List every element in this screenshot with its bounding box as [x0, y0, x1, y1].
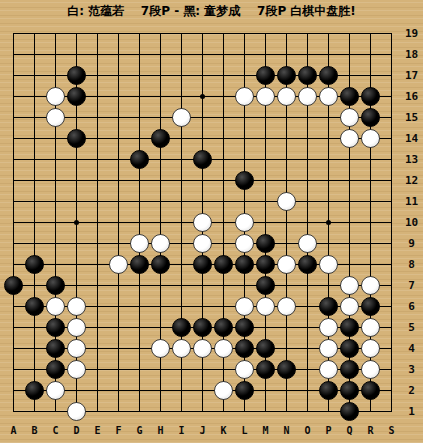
intersection-C14[interactable]: [45, 128, 66, 149]
intersection-C16[interactable]: [45, 86, 66, 107]
intersection-K19[interactable]: [213, 23, 234, 44]
intersection-S11[interactable]: [381, 191, 402, 212]
intersection-I15[interactable]: [171, 107, 192, 128]
intersection-J3[interactable]: [192, 359, 213, 380]
intersection-C5[interactable]: [45, 317, 66, 338]
intersection-D8[interactable]: [66, 254, 87, 275]
intersection-O10[interactable]: [297, 212, 318, 233]
intersection-G2[interactable]: [129, 380, 150, 401]
intersection-G3[interactable]: [129, 359, 150, 380]
intersection-E14[interactable]: [87, 128, 108, 149]
intersection-G8[interactable]: [129, 254, 150, 275]
intersection-N9[interactable]: [276, 233, 297, 254]
intersection-D3[interactable]: [66, 359, 87, 380]
intersection-E10[interactable]: [87, 212, 108, 233]
intersection-L9[interactable]: [234, 233, 255, 254]
intersection-K7[interactable]: [213, 275, 234, 296]
intersection-G6[interactable]: [129, 296, 150, 317]
intersection-Q2[interactable]: [339, 380, 360, 401]
intersection-I4[interactable]: [171, 338, 192, 359]
intersection-J5[interactable]: [192, 317, 213, 338]
intersection-O3[interactable]: [297, 359, 318, 380]
intersection-J19[interactable]: [192, 23, 213, 44]
intersection-B14[interactable]: [24, 128, 45, 149]
intersection-K1[interactable]: [213, 401, 234, 422]
intersection-F4[interactable]: [108, 338, 129, 359]
intersection-H14[interactable]: [150, 128, 171, 149]
intersection-L10[interactable]: [234, 212, 255, 233]
intersection-A13[interactable]: [3, 149, 24, 170]
intersection-Q9[interactable]: [339, 233, 360, 254]
intersection-N13[interactable]: [276, 149, 297, 170]
intersection-M6[interactable]: [255, 296, 276, 317]
intersection-O19[interactable]: [297, 23, 318, 44]
intersection-D2[interactable]: [66, 380, 87, 401]
intersection-A7[interactable]: [3, 275, 24, 296]
intersection-G13[interactable]: [129, 149, 150, 170]
intersection-I5[interactable]: [171, 317, 192, 338]
intersection-G7[interactable]: [129, 275, 150, 296]
intersection-L3[interactable]: [234, 359, 255, 380]
intersection-E17[interactable]: [87, 65, 108, 86]
intersection-L4[interactable]: [234, 338, 255, 359]
intersection-R5[interactable]: [360, 317, 381, 338]
intersection-M2[interactable]: [255, 380, 276, 401]
intersection-N17[interactable]: [276, 65, 297, 86]
intersection-C8[interactable]: [45, 254, 66, 275]
intersection-M18[interactable]: [255, 44, 276, 65]
intersection-J13[interactable]: [192, 149, 213, 170]
intersection-R12[interactable]: [360, 170, 381, 191]
intersection-N4[interactable]: [276, 338, 297, 359]
intersection-L2[interactable]: [234, 380, 255, 401]
intersection-I10[interactable]: [171, 212, 192, 233]
intersection-E4[interactable]: [87, 338, 108, 359]
intersection-R8[interactable]: [360, 254, 381, 275]
intersection-F17[interactable]: [108, 65, 129, 86]
intersection-B5[interactable]: [24, 317, 45, 338]
intersection-D19[interactable]: [66, 23, 87, 44]
intersection-Q11[interactable]: [339, 191, 360, 212]
intersection-K2[interactable]: [213, 380, 234, 401]
intersection-N2[interactable]: [276, 380, 297, 401]
intersection-A12[interactable]: [3, 170, 24, 191]
intersection-F7[interactable]: [108, 275, 129, 296]
intersection-K6[interactable]: [213, 296, 234, 317]
intersection-D1[interactable]: [66, 401, 87, 422]
intersection-J6[interactable]: [192, 296, 213, 317]
intersection-K4[interactable]: [213, 338, 234, 359]
intersection-B17[interactable]: [24, 65, 45, 86]
intersection-P13[interactable]: [318, 149, 339, 170]
intersection-C15[interactable]: [45, 107, 66, 128]
intersection-M14[interactable]: [255, 128, 276, 149]
intersection-P17[interactable]: [318, 65, 339, 86]
intersection-O4[interactable]: [297, 338, 318, 359]
intersection-F19[interactable]: [108, 23, 129, 44]
intersection-D9[interactable]: [66, 233, 87, 254]
intersection-O16[interactable]: [297, 86, 318, 107]
intersection-A2[interactable]: [3, 380, 24, 401]
intersection-M13[interactable]: [255, 149, 276, 170]
intersection-R17[interactable]: [360, 65, 381, 86]
intersection-P6[interactable]: [318, 296, 339, 317]
intersection-S5[interactable]: [381, 317, 402, 338]
intersection-I13[interactable]: [171, 149, 192, 170]
intersection-O7[interactable]: [297, 275, 318, 296]
intersection-A10[interactable]: [3, 212, 24, 233]
intersection-D13[interactable]: [66, 149, 87, 170]
intersection-K18[interactable]: [213, 44, 234, 65]
intersection-R11[interactable]: [360, 191, 381, 212]
intersection-I17[interactable]: [171, 65, 192, 86]
intersection-R3[interactable]: [360, 359, 381, 380]
intersection-K14[interactable]: [213, 128, 234, 149]
intersection-B16[interactable]: [24, 86, 45, 107]
intersection-I6[interactable]: [171, 296, 192, 317]
intersection-G4[interactable]: [129, 338, 150, 359]
intersection-N16[interactable]: [276, 86, 297, 107]
intersection-N3[interactable]: [276, 359, 297, 380]
intersection-K13[interactable]: [213, 149, 234, 170]
intersection-M12[interactable]: [255, 170, 276, 191]
intersection-N14[interactable]: [276, 128, 297, 149]
intersection-H9[interactable]: [150, 233, 171, 254]
intersection-E16[interactable]: [87, 86, 108, 107]
intersection-P12[interactable]: [318, 170, 339, 191]
intersection-R14[interactable]: [360, 128, 381, 149]
intersection-J8[interactable]: [192, 254, 213, 275]
intersection-E11[interactable]: [87, 191, 108, 212]
intersection-O13[interactable]: [297, 149, 318, 170]
intersection-P10[interactable]: [318, 212, 339, 233]
intersection-I14[interactable]: [171, 128, 192, 149]
intersection-Q17[interactable]: [339, 65, 360, 86]
intersection-A14[interactable]: [3, 128, 24, 149]
intersection-K16[interactable]: [213, 86, 234, 107]
intersection-A15[interactable]: [3, 107, 24, 128]
intersection-Q16[interactable]: [339, 86, 360, 107]
intersection-I1[interactable]: [171, 401, 192, 422]
intersection-M7[interactable]: [255, 275, 276, 296]
intersection-J14[interactable]: [192, 128, 213, 149]
intersection-E8[interactable]: [87, 254, 108, 275]
intersection-D5[interactable]: [66, 317, 87, 338]
intersection-J17[interactable]: [192, 65, 213, 86]
intersection-L7[interactable]: [234, 275, 255, 296]
intersection-S6[interactable]: [381, 296, 402, 317]
intersection-G15[interactable]: [129, 107, 150, 128]
intersection-M3[interactable]: [255, 359, 276, 380]
intersection-M15[interactable]: [255, 107, 276, 128]
intersection-G19[interactable]: [129, 23, 150, 44]
intersection-B8[interactable]: [24, 254, 45, 275]
intersection-P9[interactable]: [318, 233, 339, 254]
intersection-K11[interactable]: [213, 191, 234, 212]
intersection-E12[interactable]: [87, 170, 108, 191]
intersection-M4[interactable]: [255, 338, 276, 359]
intersection-D7[interactable]: [66, 275, 87, 296]
intersection-K15[interactable]: [213, 107, 234, 128]
intersection-S15[interactable]: [381, 107, 402, 128]
intersection-E18[interactable]: [87, 44, 108, 65]
intersection-M17[interactable]: [255, 65, 276, 86]
intersection-O12[interactable]: [297, 170, 318, 191]
intersection-H10[interactable]: [150, 212, 171, 233]
intersection-H17[interactable]: [150, 65, 171, 86]
intersection-H7[interactable]: [150, 275, 171, 296]
intersection-F6[interactable]: [108, 296, 129, 317]
intersection-R19[interactable]: [360, 23, 381, 44]
intersection-E5[interactable]: [87, 317, 108, 338]
intersection-D4[interactable]: [66, 338, 87, 359]
intersection-O9[interactable]: [297, 233, 318, 254]
intersection-H13[interactable]: [150, 149, 171, 170]
intersection-A17[interactable]: [3, 65, 24, 86]
intersection-P16[interactable]: [318, 86, 339, 107]
intersection-C3[interactable]: [45, 359, 66, 380]
intersection-D17[interactable]: [66, 65, 87, 86]
intersection-N18[interactable]: [276, 44, 297, 65]
intersection-I19[interactable]: [171, 23, 192, 44]
intersection-S9[interactable]: [381, 233, 402, 254]
intersection-H5[interactable]: [150, 317, 171, 338]
intersection-P8[interactable]: [318, 254, 339, 275]
intersection-L1[interactable]: [234, 401, 255, 422]
intersection-P5[interactable]: [318, 317, 339, 338]
intersection-G12[interactable]: [129, 170, 150, 191]
intersection-Q8[interactable]: [339, 254, 360, 275]
intersection-R10[interactable]: [360, 212, 381, 233]
intersection-O14[interactable]: [297, 128, 318, 149]
intersection-C11[interactable]: [45, 191, 66, 212]
intersection-D15[interactable]: [66, 107, 87, 128]
intersection-Q14[interactable]: [339, 128, 360, 149]
intersection-F14[interactable]: [108, 128, 129, 149]
intersection-J7[interactable]: [192, 275, 213, 296]
intersection-D12[interactable]: [66, 170, 87, 191]
intersection-O18[interactable]: [297, 44, 318, 65]
intersection-H4[interactable]: [150, 338, 171, 359]
intersection-B9[interactable]: [24, 233, 45, 254]
intersection-B2[interactable]: [24, 380, 45, 401]
intersection-Q5[interactable]: [339, 317, 360, 338]
intersection-A8[interactable]: [3, 254, 24, 275]
intersection-P3[interactable]: [318, 359, 339, 380]
intersection-C12[interactable]: [45, 170, 66, 191]
intersection-G9[interactable]: [129, 233, 150, 254]
intersection-M11[interactable]: [255, 191, 276, 212]
intersection-P11[interactable]: [318, 191, 339, 212]
intersection-S12[interactable]: [381, 170, 402, 191]
intersection-N6[interactable]: [276, 296, 297, 317]
intersection-B7[interactable]: [24, 275, 45, 296]
intersection-H1[interactable]: [150, 401, 171, 422]
intersection-O2[interactable]: [297, 380, 318, 401]
intersection-S10[interactable]: [381, 212, 402, 233]
intersection-C6[interactable]: [45, 296, 66, 317]
intersection-P1[interactable]: [318, 401, 339, 422]
intersection-Q12[interactable]: [339, 170, 360, 191]
intersection-O17[interactable]: [297, 65, 318, 86]
intersection-N12[interactable]: [276, 170, 297, 191]
intersection-Q3[interactable]: [339, 359, 360, 380]
intersection-H3[interactable]: [150, 359, 171, 380]
intersection-K5[interactable]: [213, 317, 234, 338]
intersection-H18[interactable]: [150, 44, 171, 65]
intersection-E3[interactable]: [87, 359, 108, 380]
intersection-B1[interactable]: [24, 401, 45, 422]
intersection-J12[interactable]: [192, 170, 213, 191]
intersection-F13[interactable]: [108, 149, 129, 170]
intersection-L14[interactable]: [234, 128, 255, 149]
intersection-M1[interactable]: [255, 401, 276, 422]
intersection-C13[interactable]: [45, 149, 66, 170]
intersection-R4[interactable]: [360, 338, 381, 359]
intersection-H8[interactable]: [150, 254, 171, 275]
intersection-B15[interactable]: [24, 107, 45, 128]
intersection-L8[interactable]: [234, 254, 255, 275]
intersection-O1[interactable]: [297, 401, 318, 422]
intersection-B18[interactable]: [24, 44, 45, 65]
intersection-C7[interactable]: [45, 275, 66, 296]
intersection-N5[interactable]: [276, 317, 297, 338]
intersection-R6[interactable]: [360, 296, 381, 317]
intersection-O6[interactable]: [297, 296, 318, 317]
intersection-S3[interactable]: [381, 359, 402, 380]
intersection-F15[interactable]: [108, 107, 129, 128]
intersection-M8[interactable]: [255, 254, 276, 275]
intersection-D16[interactable]: [66, 86, 87, 107]
intersection-C4[interactable]: [45, 338, 66, 359]
intersection-N7[interactable]: [276, 275, 297, 296]
intersection-Q4[interactable]: [339, 338, 360, 359]
intersection-S17[interactable]: [381, 65, 402, 86]
intersection-A3[interactable]: [3, 359, 24, 380]
intersection-F16[interactable]: [108, 86, 129, 107]
intersection-I8[interactable]: [171, 254, 192, 275]
intersection-N10[interactable]: [276, 212, 297, 233]
intersection-J15[interactable]: [192, 107, 213, 128]
intersection-L15[interactable]: [234, 107, 255, 128]
intersection-Q18[interactable]: [339, 44, 360, 65]
intersection-A18[interactable]: [3, 44, 24, 65]
intersection-R1[interactable]: [360, 401, 381, 422]
intersection-O11[interactable]: [297, 191, 318, 212]
intersection-I12[interactable]: [171, 170, 192, 191]
intersection-G14[interactable]: [129, 128, 150, 149]
intersection-K3[interactable]: [213, 359, 234, 380]
intersection-E7[interactable]: [87, 275, 108, 296]
intersection-E19[interactable]: [87, 23, 108, 44]
intersection-D10[interactable]: [66, 212, 87, 233]
intersection-Q1[interactable]: [339, 401, 360, 422]
intersection-B12[interactable]: [24, 170, 45, 191]
intersection-N15[interactable]: [276, 107, 297, 128]
intersection-F9[interactable]: [108, 233, 129, 254]
intersection-A19[interactable]: [3, 23, 24, 44]
intersection-Q15[interactable]: [339, 107, 360, 128]
intersection-L12[interactable]: [234, 170, 255, 191]
intersection-L5[interactable]: [234, 317, 255, 338]
intersection-S13[interactable]: [381, 149, 402, 170]
intersection-N11[interactable]: [276, 191, 297, 212]
intersection-H16[interactable]: [150, 86, 171, 107]
intersection-S4[interactable]: [381, 338, 402, 359]
intersection-G1[interactable]: [129, 401, 150, 422]
intersection-C17[interactable]: [45, 65, 66, 86]
intersection-C1[interactable]: [45, 401, 66, 422]
intersection-F1[interactable]: [108, 401, 129, 422]
intersection-S7[interactable]: [381, 275, 402, 296]
intersection-N19[interactable]: [276, 23, 297, 44]
intersection-E1[interactable]: [87, 401, 108, 422]
intersection-I9[interactable]: [171, 233, 192, 254]
intersection-C18[interactable]: [45, 44, 66, 65]
intersection-R13[interactable]: [360, 149, 381, 170]
intersection-L18[interactable]: [234, 44, 255, 65]
intersection-M5[interactable]: [255, 317, 276, 338]
intersection-A9[interactable]: [3, 233, 24, 254]
intersection-G16[interactable]: [129, 86, 150, 107]
intersection-K17[interactable]: [213, 65, 234, 86]
intersection-R15[interactable]: [360, 107, 381, 128]
intersection-F10[interactable]: [108, 212, 129, 233]
intersection-P4[interactable]: [318, 338, 339, 359]
intersection-F3[interactable]: [108, 359, 129, 380]
intersection-A1[interactable]: [3, 401, 24, 422]
intersection-B11[interactable]: [24, 191, 45, 212]
intersection-C10[interactable]: [45, 212, 66, 233]
intersection-N8[interactable]: [276, 254, 297, 275]
intersection-I2[interactable]: [171, 380, 192, 401]
intersection-B6[interactable]: [24, 296, 45, 317]
intersection-A6[interactable]: [3, 296, 24, 317]
intersection-I18[interactable]: [171, 44, 192, 65]
intersection-H6[interactable]: [150, 296, 171, 317]
intersection-H15[interactable]: [150, 107, 171, 128]
intersection-Q7[interactable]: [339, 275, 360, 296]
intersection-F2[interactable]: [108, 380, 129, 401]
intersection-J1[interactable]: [192, 401, 213, 422]
intersection-P15[interactable]: [318, 107, 339, 128]
intersection-S8[interactable]: [381, 254, 402, 275]
intersection-S16[interactable]: [381, 86, 402, 107]
intersection-R9[interactable]: [360, 233, 381, 254]
intersection-E6[interactable]: [87, 296, 108, 317]
intersection-C2[interactable]: [45, 380, 66, 401]
intersection-A5[interactable]: [3, 317, 24, 338]
intersection-C19[interactable]: [45, 23, 66, 44]
intersection-A11[interactable]: [3, 191, 24, 212]
intersection-O8[interactable]: [297, 254, 318, 275]
intersection-D18[interactable]: [66, 44, 87, 65]
intersection-S1[interactable]: [381, 401, 402, 422]
intersection-F11[interactable]: [108, 191, 129, 212]
intersection-E9[interactable]: [87, 233, 108, 254]
intersection-J2[interactable]: [192, 380, 213, 401]
intersection-P2[interactable]: [318, 380, 339, 401]
intersection-A4[interactable]: [3, 338, 24, 359]
intersection-F12[interactable]: [108, 170, 129, 191]
intersection-E2[interactable]: [87, 380, 108, 401]
intersection-O15[interactable]: [297, 107, 318, 128]
intersection-L11[interactable]: [234, 191, 255, 212]
intersection-K9[interactable]: [213, 233, 234, 254]
intersection-I11[interactable]: [171, 191, 192, 212]
intersection-I7[interactable]: [171, 275, 192, 296]
intersection-B10[interactable]: [24, 212, 45, 233]
